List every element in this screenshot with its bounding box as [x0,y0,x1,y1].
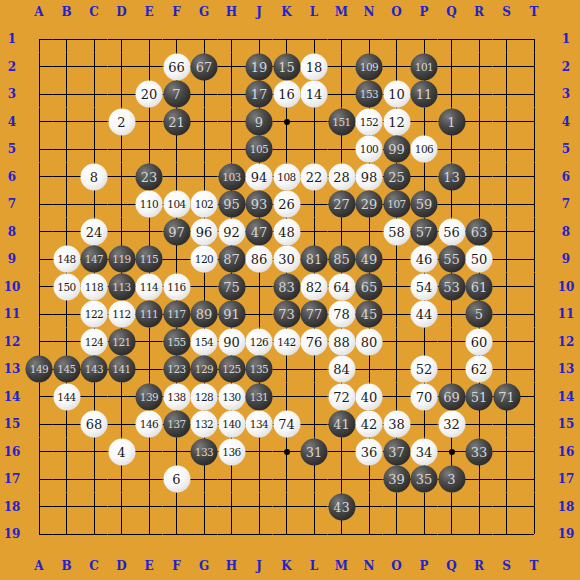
board-point-f1[interactable] [163,25,191,53]
board-point-d18[interactable] [108,493,136,521]
board-point-j6[interactable]: 94 [245,163,273,191]
board-point-f6[interactable] [163,163,191,191]
board-point-h18[interactable] [218,493,246,521]
board-point-f3[interactable]: 7 [163,80,191,108]
board-point-r2[interactable] [465,53,493,81]
board-point-g17[interactable] [190,465,218,493]
board-point-h14[interactable]: 130 [218,383,246,411]
board-point-p7[interactable]: 59 [410,190,438,218]
board-point-k3[interactable]: 16 [273,80,301,108]
board-point-d16[interactable]: 4 [108,438,136,466]
board-point-o15[interactable]: 38 [383,410,411,438]
board-point-k5[interactable] [273,135,301,163]
board-point-a6[interactable] [25,163,53,191]
board-point-m18[interactable]: 43 [328,493,356,521]
board-point-m5[interactable] [328,135,356,163]
board-point-o5[interactable]: 99 [383,135,411,163]
board-point-c15[interactable]: 68 [80,410,108,438]
board-point-h3[interactable] [218,80,246,108]
board-point-e1[interactable] [135,25,163,53]
board-point-e11[interactable]: 111 [135,300,163,328]
board-point-f17[interactable]: 6 [163,465,191,493]
board-point-f16[interactable] [163,438,191,466]
board-point-q18[interactable] [438,493,466,521]
board-point-g11[interactable]: 89 [190,300,218,328]
board-point-j1[interactable] [245,25,273,53]
board-point-q2[interactable] [438,53,466,81]
board-point-g18[interactable] [190,493,218,521]
board-point-r15[interactable] [465,410,493,438]
board-point-s3[interactable] [493,80,521,108]
board-point-g13[interactable]: 129 [190,355,218,383]
board-point-t17[interactable] [520,465,548,493]
board-point-k16[interactable] [273,438,301,466]
board-point-l5[interactable] [300,135,328,163]
board-point-q11[interactable] [438,300,466,328]
board-point-a8[interactable] [25,218,53,246]
board-point-j16[interactable] [245,438,273,466]
board-point-p19[interactable] [410,520,438,548]
board-point-s12[interactable] [493,328,521,356]
board-point-t14[interactable] [520,383,548,411]
board-point-k7[interactable]: 26 [273,190,301,218]
board-point-g10[interactable] [190,273,218,301]
board-point-l7[interactable] [300,190,328,218]
board-point-d15[interactable] [108,410,136,438]
board-point-n19[interactable] [355,520,383,548]
board-point-n16[interactable]: 36 [355,438,383,466]
board-point-b7[interactable] [53,190,81,218]
board-point-o6[interactable]: 25 [383,163,411,191]
board-point-j12[interactable]: 126 [245,328,273,356]
board-point-l2[interactable]: 18 [300,53,328,81]
board-point-f11[interactable]: 117 [163,300,191,328]
board-point-m9[interactable]: 85 [328,245,356,273]
board-point-a13[interactable]: 149 [25,355,53,383]
board-point-d11[interactable]: 112 [108,300,136,328]
board-point-n11[interactable]: 45 [355,300,383,328]
board-point-j13[interactable]: 135 [245,355,273,383]
board-point-m3[interactable] [328,80,356,108]
board-point-p1[interactable] [410,25,438,53]
board-point-b11[interactable] [53,300,81,328]
board-point-c9[interactable]: 147 [80,245,108,273]
board-point-p16[interactable]: 34 [410,438,438,466]
board-point-h9[interactable]: 87 [218,245,246,273]
board-point-c3[interactable] [80,80,108,108]
board-point-c11[interactable]: 122 [80,300,108,328]
board-point-a17[interactable] [25,465,53,493]
board-point-b6[interactable] [53,163,81,191]
board-point-h2[interactable] [218,53,246,81]
board-point-a15[interactable] [25,410,53,438]
board-point-s8[interactable] [493,218,521,246]
board-point-p6[interactable] [410,163,438,191]
board-point-p18[interactable] [410,493,438,521]
board-point-a14[interactable] [25,383,53,411]
board-point-r10[interactable]: 61 [465,273,493,301]
board-point-l13[interactable] [300,355,328,383]
board-point-g16[interactable]: 133 [190,438,218,466]
board-point-s19[interactable] [493,520,521,548]
board-point-s4[interactable] [493,108,521,136]
board-point-b14[interactable]: 144 [53,383,81,411]
board-point-t12[interactable] [520,328,548,356]
board-point-e2[interactable] [135,53,163,81]
board-point-o1[interactable] [383,25,411,53]
board-point-o18[interactable] [383,493,411,521]
board-point-c12[interactable]: 124 [80,328,108,356]
board-point-n6[interactable]: 98 [355,163,383,191]
board-point-s13[interactable] [493,355,521,383]
board-point-o2[interactable] [383,53,411,81]
board-point-d14[interactable] [108,383,136,411]
board-point-n4[interactable]: 152 [355,108,383,136]
board-point-k19[interactable] [273,520,301,548]
board-point-b12[interactable] [53,328,81,356]
board-point-c4[interactable] [80,108,108,136]
board-point-m8[interactable] [328,218,356,246]
board-point-a11[interactable] [25,300,53,328]
board-point-h17[interactable] [218,465,246,493]
board-point-m19[interactable] [328,520,356,548]
board-point-c8[interactable]: 24 [80,218,108,246]
board-point-b5[interactable] [53,135,81,163]
board-point-k4[interactable] [273,108,301,136]
board-point-e13[interactable] [135,355,163,383]
board-point-n3[interactable]: 153 [355,80,383,108]
board-point-c10[interactable]: 118 [80,273,108,301]
board-point-k18[interactable] [273,493,301,521]
board-point-s18[interactable] [493,493,521,521]
board-point-k17[interactable] [273,465,301,493]
board-point-a2[interactable] [25,53,53,81]
board-point-q4[interactable]: 1 [438,108,466,136]
board-point-j17[interactable] [245,465,273,493]
board-point-l9[interactable]: 81 [300,245,328,273]
board-point-l6[interactable]: 22 [300,163,328,191]
board-point-s7[interactable] [493,190,521,218]
board-point-r17[interactable] [465,465,493,493]
board-point-r18[interactable] [465,493,493,521]
board-point-b13[interactable]: 145 [53,355,81,383]
board-point-l12[interactable]: 76 [300,328,328,356]
board-point-g12[interactable]: 154 [190,328,218,356]
board-point-j7[interactable]: 93 [245,190,273,218]
board-point-o12[interactable] [383,328,411,356]
board-point-p11[interactable]: 44 [410,300,438,328]
board-point-c19[interactable] [80,520,108,548]
board-point-e15[interactable]: 146 [135,410,163,438]
board-point-h10[interactable]: 75 [218,273,246,301]
board-point-t15[interactable] [520,410,548,438]
board-point-l18[interactable] [300,493,328,521]
board-point-r11[interactable]: 5 [465,300,493,328]
board-point-r9[interactable]: 50 [465,245,493,273]
board-point-m14[interactable]: 72 [328,383,356,411]
board-point-m2[interactable] [328,53,356,81]
board-point-c7[interactable] [80,190,108,218]
board-point-q19[interactable] [438,520,466,548]
board-point-l1[interactable] [300,25,328,53]
board-point-s15[interactable] [493,410,521,438]
board-point-j19[interactable] [245,520,273,548]
board-point-c13[interactable]: 143 [80,355,108,383]
board-point-r3[interactable] [465,80,493,108]
board-point-n2[interactable]: 109 [355,53,383,81]
board-point-l3[interactable]: 14 [300,80,328,108]
board-point-f19[interactable] [163,520,191,548]
board-point-h1[interactable] [218,25,246,53]
board-point-m1[interactable] [328,25,356,53]
board-point-f10[interactable]: 116 [163,273,191,301]
board-point-n1[interactable] [355,25,383,53]
board-point-s6[interactable] [493,163,521,191]
board-point-m11[interactable]: 78 [328,300,356,328]
board-point-d2[interactable] [108,53,136,81]
board-point-m12[interactable]: 88 [328,328,356,356]
board-point-e19[interactable] [135,520,163,548]
board-point-b8[interactable] [53,218,81,246]
board-point-e9[interactable]: 115 [135,245,163,273]
board-point-r14[interactable]: 51 [465,383,493,411]
board-point-d10[interactable]: 113 [108,273,136,301]
board-point-j15[interactable]: 134 [245,410,273,438]
board-point-o4[interactable]: 12 [383,108,411,136]
board-point-k8[interactable]: 48 [273,218,301,246]
board-point-s10[interactable] [493,273,521,301]
board-point-q9[interactable]: 55 [438,245,466,273]
board-point-c6[interactable]: 8 [80,163,108,191]
board-point-p10[interactable]: 54 [410,273,438,301]
board-point-h15[interactable]: 140 [218,410,246,438]
board-point-c5[interactable] [80,135,108,163]
board-point-f5[interactable] [163,135,191,163]
board-point-g9[interactable]: 120 [190,245,218,273]
board-point-f2[interactable]: 66 [163,53,191,81]
board-point-j2[interactable]: 19 [245,53,273,81]
board-point-g7[interactable]: 102 [190,190,218,218]
board-point-t2[interactable] [520,53,548,81]
board-point-t18[interactable] [520,493,548,521]
board-point-a19[interactable] [25,520,53,548]
board-point-o16[interactable]: 37 [383,438,411,466]
board-point-a18[interactable] [25,493,53,521]
board-point-r7[interactable] [465,190,493,218]
board-point-k6[interactable]: 108 [273,163,301,191]
board-point-e14[interactable]: 139 [135,383,163,411]
board-point-g8[interactable]: 96 [190,218,218,246]
board-point-m6[interactable]: 28 [328,163,356,191]
board-point-c2[interactable] [80,53,108,81]
board-point-t6[interactable] [520,163,548,191]
board-point-j5[interactable]: 105 [245,135,273,163]
board-point-f8[interactable]: 97 [163,218,191,246]
board-point-n15[interactable]: 42 [355,410,383,438]
board-point-e8[interactable] [135,218,163,246]
board-point-d9[interactable]: 119 [108,245,136,273]
board-point-q15[interactable]: 32 [438,410,466,438]
board-point-l8[interactable] [300,218,328,246]
board-point-m10[interactable]: 64 [328,273,356,301]
board-point-d1[interactable] [108,25,136,53]
board-point-g1[interactable] [190,25,218,53]
board-point-o10[interactable] [383,273,411,301]
board-point-k2[interactable]: 15 [273,53,301,81]
board-point-r19[interactable] [465,520,493,548]
board-point-m7[interactable]: 27 [328,190,356,218]
board-point-j10[interactable] [245,273,273,301]
board-point-f4[interactable]: 21 [163,108,191,136]
board-point-l11[interactable]: 77 [300,300,328,328]
board-point-n14[interactable]: 40 [355,383,383,411]
board-point-l19[interactable] [300,520,328,548]
board-point-d12[interactable]: 121 [108,328,136,356]
board-point-p13[interactable]: 52 [410,355,438,383]
board-point-p4[interactable] [410,108,438,136]
board-point-s2[interactable] [493,53,521,81]
board-point-d13[interactable]: 141 [108,355,136,383]
board-point-h7[interactable]: 95 [218,190,246,218]
board-point-k11[interactable]: 73 [273,300,301,328]
board-point-q10[interactable]: 53 [438,273,466,301]
board-point-e12[interactable] [135,328,163,356]
board-point-n5[interactable]: 100 [355,135,383,163]
board-point-a5[interactable] [25,135,53,163]
board-point-t7[interactable] [520,190,548,218]
board-point-k12[interactable]: 142 [273,328,301,356]
board-point-f14[interactable]: 138 [163,383,191,411]
board-point-b1[interactable] [53,25,81,53]
board-point-a3[interactable] [25,80,53,108]
board-point-d3[interactable] [108,80,136,108]
board-point-a7[interactable] [25,190,53,218]
board-point-q6[interactable]: 13 [438,163,466,191]
board-point-c17[interactable] [80,465,108,493]
board-point-a1[interactable] [25,25,53,53]
board-point-m4[interactable]: 151 [328,108,356,136]
board-point-t16[interactable] [520,438,548,466]
board-point-r16[interactable]: 33 [465,438,493,466]
board-point-e7[interactable]: 110 [135,190,163,218]
board-point-h5[interactable] [218,135,246,163]
board-point-e4[interactable] [135,108,163,136]
board-point-a4[interactable] [25,108,53,136]
board-point-b3[interactable] [53,80,81,108]
board-point-k13[interactable] [273,355,301,383]
board-point-g14[interactable]: 128 [190,383,218,411]
board-point-n18[interactable] [355,493,383,521]
board-point-m17[interactable] [328,465,356,493]
board-point-p2[interactable]: 101 [410,53,438,81]
board-point-c18[interactable] [80,493,108,521]
board-point-l15[interactable] [300,410,328,438]
board-point-h16[interactable]: 136 [218,438,246,466]
board-point-k9[interactable]: 30 [273,245,301,273]
board-point-q13[interactable] [438,355,466,383]
board-point-o3[interactable]: 10 [383,80,411,108]
board-point-q16[interactable] [438,438,466,466]
board-point-e6[interactable]: 23 [135,163,163,191]
board-point-o7[interactable]: 107 [383,190,411,218]
board-point-e18[interactable] [135,493,163,521]
board-point-q5[interactable] [438,135,466,163]
board-point-p8[interactable]: 57 [410,218,438,246]
board-point-n17[interactable] [355,465,383,493]
board-point-h12[interactable]: 90 [218,328,246,356]
board-point-h4[interactable] [218,108,246,136]
board-point-g3[interactable] [190,80,218,108]
board-point-r13[interactable]: 62 [465,355,493,383]
board-point-s14[interactable]: 71 [493,383,521,411]
board-point-h13[interactable]: 125 [218,355,246,383]
board-point-o13[interactable] [383,355,411,383]
board-point-e5[interactable] [135,135,163,163]
board-point-a9[interactable] [25,245,53,273]
board-point-m16[interactable] [328,438,356,466]
board-point-m15[interactable]: 41 [328,410,356,438]
board-point-t5[interactable] [520,135,548,163]
board-point-a10[interactable] [25,273,53,301]
board-point-t10[interactable] [520,273,548,301]
board-point-r8[interactable]: 63 [465,218,493,246]
board-point-e16[interactable] [135,438,163,466]
board-point-t13[interactable] [520,355,548,383]
board-point-k15[interactable]: 74 [273,410,301,438]
board-point-e17[interactable] [135,465,163,493]
board-point-d19[interactable] [108,520,136,548]
board-point-a12[interactable] [25,328,53,356]
board-point-d8[interactable] [108,218,136,246]
board-point-n13[interactable] [355,355,383,383]
board-point-j18[interactable] [245,493,273,521]
board-point-j4[interactable]: 9 [245,108,273,136]
board-point-c14[interactable] [80,383,108,411]
board-point-n12[interactable]: 80 [355,328,383,356]
board-point-n10[interactable]: 65 [355,273,383,301]
board-point-s16[interactable] [493,438,521,466]
board-point-o14[interactable] [383,383,411,411]
board-point-o8[interactable]: 58 [383,218,411,246]
board-point-f7[interactable]: 104 [163,190,191,218]
board-point-d5[interactable] [108,135,136,163]
board-point-s5[interactable] [493,135,521,163]
board-point-f15[interactable]: 137 [163,410,191,438]
board-point-o11[interactable] [383,300,411,328]
board-point-o9[interactable] [383,245,411,273]
board-point-j8[interactable]: 47 [245,218,273,246]
board-point-c16[interactable] [80,438,108,466]
board-point-h19[interactable] [218,520,246,548]
board-point-d17[interactable] [108,465,136,493]
board-point-f9[interactable] [163,245,191,273]
board-point-f18[interactable] [163,493,191,521]
board-point-p12[interactable] [410,328,438,356]
board-point-h8[interactable]: 92 [218,218,246,246]
board-point-q14[interactable]: 69 [438,383,466,411]
board-point-r6[interactable] [465,163,493,191]
board-point-d6[interactable] [108,163,136,191]
board-point-b9[interactable]: 148 [53,245,81,273]
board-point-b15[interactable] [53,410,81,438]
board-point-j14[interactable]: 131 [245,383,273,411]
board-point-t1[interactable] [520,25,548,53]
board-point-o17[interactable]: 39 [383,465,411,493]
board-point-l10[interactable]: 82 [300,273,328,301]
board-point-g15[interactable]: 132 [190,410,218,438]
board-point-p3[interactable]: 11 [410,80,438,108]
board-point-s17[interactable] [493,465,521,493]
